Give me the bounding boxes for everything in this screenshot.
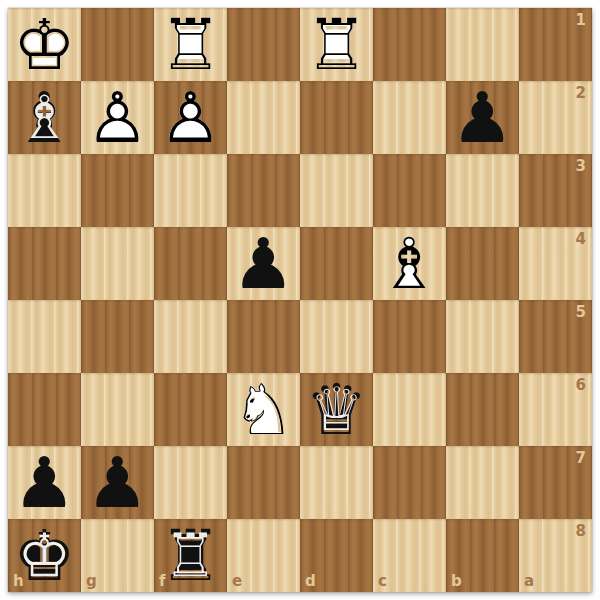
piece-glyph-outline: ♖ bbox=[300, 8, 373, 81]
black-bishop[interactable]: ♝♗ bbox=[8, 81, 81, 154]
rank-label: 2 bbox=[576, 84, 586, 102]
piece-glyph-fill: ♚ bbox=[8, 519, 81, 592]
square-a7[interactable]: 7 bbox=[519, 446, 592, 519]
square-a4[interactable]: 4 bbox=[519, 227, 592, 300]
black-pawn[interactable]: ♟ bbox=[446, 81, 519, 154]
square-g8[interactable]: g bbox=[81, 519, 154, 592]
piece-glyph-fill: ♞ bbox=[227, 373, 300, 446]
piece-glyph-outline: ♖ bbox=[159, 524, 221, 586]
square-h7[interactable]: ♟ bbox=[8, 446, 81, 519]
piece-glyph-fill: ♟ bbox=[154, 81, 227, 154]
rank-label: 6 bbox=[576, 376, 586, 394]
square-e4[interactable]: ♟ bbox=[227, 227, 300, 300]
square-b4[interactable] bbox=[446, 227, 519, 300]
rank-label: 4 bbox=[576, 230, 586, 248]
square-d8[interactable]: d bbox=[300, 519, 373, 592]
square-f1[interactable]: ♜♖ bbox=[154, 8, 227, 81]
piece-glyph-outline: ♗ bbox=[13, 86, 75, 148]
piece-glyph-fill: ♚ bbox=[8, 8, 81, 81]
square-d6[interactable]: ♛♕ bbox=[300, 373, 373, 446]
file-label: c bbox=[378, 572, 387, 590]
black-king[interactable]: ♚♔ bbox=[8, 519, 81, 592]
square-e5[interactable] bbox=[227, 300, 300, 373]
black-pawn[interactable]: ♟ bbox=[227, 227, 300, 300]
black-pawn[interactable]: ♟ bbox=[8, 446, 81, 519]
square-h2[interactable]: ♝♗ bbox=[8, 81, 81, 154]
black-queen[interactable]: ♛♕ bbox=[300, 373, 373, 446]
square-b1[interactable] bbox=[446, 8, 519, 81]
white-knight[interactable]: ♞♘ bbox=[227, 373, 300, 446]
square-c8[interactable]: c bbox=[373, 519, 446, 592]
white-pawn[interactable]: ♟♙ bbox=[81, 81, 154, 154]
square-c2[interactable] bbox=[373, 81, 446, 154]
piece-glyph-fill: ♝ bbox=[373, 227, 446, 300]
rank-label: 7 bbox=[576, 449, 586, 467]
white-pawn[interactable]: ♟♙ bbox=[154, 81, 227, 154]
chess-board: ♚♔♜♖♜♖1♝♗♟♙♟♙♟23♟♝♗45♞♘♛♕6♟♟7h♚♔gf♜♖edcb… bbox=[8, 8, 592, 592]
square-b3[interactable] bbox=[446, 154, 519, 227]
square-f5[interactable] bbox=[154, 300, 227, 373]
square-e2[interactable] bbox=[227, 81, 300, 154]
piece-glyph-fill: ♜ bbox=[154, 8, 227, 81]
piece-glyph-fill: ♟ bbox=[8, 446, 81, 519]
square-e7[interactable] bbox=[227, 446, 300, 519]
file-label: d bbox=[305, 572, 316, 590]
piece-glyph-fill: ♟ bbox=[81, 81, 154, 154]
square-h3[interactable] bbox=[8, 154, 81, 227]
square-g6[interactable] bbox=[81, 373, 154, 446]
file-label: g bbox=[86, 572, 97, 590]
piece-glyph-outline: ♔ bbox=[13, 524, 75, 586]
piece-glyph-fill: ♜ bbox=[154, 519, 227, 592]
square-c5[interactable] bbox=[373, 300, 446, 373]
white-bishop[interactable]: ♝♗ bbox=[373, 227, 446, 300]
file-label: b bbox=[451, 572, 462, 590]
square-g5[interactable] bbox=[81, 300, 154, 373]
rank-label: 3 bbox=[576, 157, 586, 175]
white-rook[interactable]: ♜♖ bbox=[300, 8, 373, 81]
square-c3[interactable] bbox=[373, 154, 446, 227]
square-a2[interactable]: 2 bbox=[519, 81, 592, 154]
square-h5[interactable] bbox=[8, 300, 81, 373]
square-c6[interactable] bbox=[373, 373, 446, 446]
piece-glyph-fill: ♛ bbox=[300, 373, 373, 446]
piece-glyph-fill: ♜ bbox=[300, 8, 373, 81]
piece-glyph-outline: ♕ bbox=[305, 378, 367, 440]
board-frame: ♚♔♜♖♜♖1♝♗♟♙♟♙♟23♟♝♗45♞♘♛♕6♟♟7h♚♔gf♜♖edcb… bbox=[0, 0, 600, 600]
file-label: a bbox=[524, 572, 534, 590]
square-e6[interactable]: ♞♘ bbox=[227, 373, 300, 446]
black-pawn[interactable]: ♟ bbox=[81, 446, 154, 519]
square-b6[interactable] bbox=[446, 373, 519, 446]
piece-glyph-outline: ♙ bbox=[154, 81, 227, 154]
square-c4[interactable]: ♝♗ bbox=[373, 227, 446, 300]
square-b5[interactable] bbox=[446, 300, 519, 373]
square-f8[interactable]: f♜♖ bbox=[154, 519, 227, 592]
square-b8[interactable]: b bbox=[446, 519, 519, 592]
square-g1[interactable] bbox=[81, 8, 154, 81]
square-d4[interactable] bbox=[300, 227, 373, 300]
piece-glyph-fill: ♟ bbox=[81, 446, 154, 519]
white-king[interactable]: ♚♔ bbox=[8, 8, 81, 81]
square-d5[interactable] bbox=[300, 300, 373, 373]
square-d1[interactable]: ♜♖ bbox=[300, 8, 373, 81]
piece-glyph-fill: ♝ bbox=[8, 81, 81, 154]
square-e3[interactable] bbox=[227, 154, 300, 227]
piece-glyph-fill: ♟ bbox=[227, 227, 300, 300]
square-f2[interactable]: ♟♙ bbox=[154, 81, 227, 154]
square-h1[interactable]: ♚♔ bbox=[8, 8, 81, 81]
square-f6[interactable] bbox=[154, 373, 227, 446]
black-rook[interactable]: ♜♖ bbox=[154, 519, 227, 592]
square-e1[interactable] bbox=[227, 8, 300, 81]
square-f4[interactable] bbox=[154, 227, 227, 300]
square-a1[interactable]: 1 bbox=[519, 8, 592, 81]
square-d3[interactable] bbox=[300, 154, 373, 227]
piece-glyph-outline: ♖ bbox=[154, 8, 227, 81]
piece-glyph-outline: ♔ bbox=[8, 8, 81, 81]
square-a6[interactable]: 6 bbox=[519, 373, 592, 446]
square-g3[interactable] bbox=[81, 154, 154, 227]
square-f3[interactable] bbox=[154, 154, 227, 227]
square-c7[interactable] bbox=[373, 446, 446, 519]
rank-label: 1 bbox=[576, 11, 586, 29]
square-a3[interactable]: 3 bbox=[519, 154, 592, 227]
rank-label: 5 bbox=[576, 303, 586, 321]
rank-label: 8 bbox=[576, 522, 586, 540]
square-b2[interactable]: ♟ bbox=[446, 81, 519, 154]
piece-glyph-fill: ♟ bbox=[446, 81, 519, 154]
square-h8[interactable]: h♚♔ bbox=[8, 519, 81, 592]
square-d7[interactable] bbox=[300, 446, 373, 519]
square-a8[interactable]: 8a bbox=[519, 519, 592, 592]
square-h6[interactable] bbox=[8, 373, 81, 446]
square-h4[interactable] bbox=[8, 227, 81, 300]
square-a5[interactable]: 5 bbox=[519, 300, 592, 373]
square-c1[interactable] bbox=[373, 8, 446, 81]
square-g2[interactable]: ♟♙ bbox=[81, 81, 154, 154]
piece-glyph-outline: ♘ bbox=[227, 373, 300, 446]
square-b7[interactable] bbox=[446, 446, 519, 519]
square-g4[interactable] bbox=[81, 227, 154, 300]
square-f7[interactable] bbox=[154, 446, 227, 519]
file-label: e bbox=[232, 572, 242, 590]
square-d2[interactable] bbox=[300, 81, 373, 154]
square-g7[interactable]: ♟ bbox=[81, 446, 154, 519]
piece-glyph-outline: ♙ bbox=[81, 81, 154, 154]
square-e8[interactable]: e bbox=[227, 519, 300, 592]
white-rook[interactable]: ♜♖ bbox=[154, 8, 227, 81]
piece-glyph-outline: ♗ bbox=[373, 227, 446, 300]
